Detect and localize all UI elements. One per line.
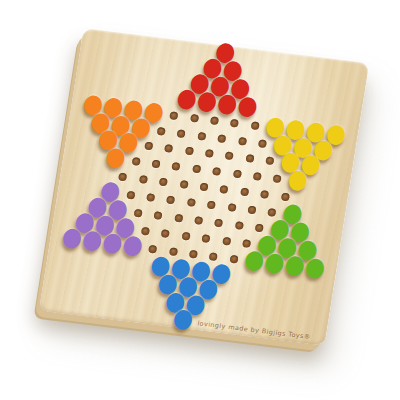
hole[interactable] — [205, 149, 214, 158]
hole[interactable] — [184, 147, 193, 156]
hole[interactable] — [139, 175, 148, 184]
hole[interactable] — [164, 144, 173, 153]
hole[interactable] — [207, 201, 216, 210]
hole[interactable] — [159, 178, 168, 187]
peg-grid: ●●●●●●●●●●●●●●●●●●●●●●●●●●●●●●●●●●●●●●●●… — [39, 28, 370, 346]
hole[interactable] — [154, 211, 163, 220]
hole[interactable] — [166, 196, 175, 205]
hole[interactable] — [247, 206, 256, 215]
hole[interactable] — [177, 129, 186, 138]
hole[interactable] — [190, 113, 199, 122]
hole[interactable] — [273, 175, 282, 184]
peg-green[interactable]: ● — [303, 253, 327, 281]
hole[interactable] — [217, 134, 226, 143]
hole[interactable] — [174, 214, 183, 223]
hole[interactable] — [240, 188, 249, 197]
hole[interactable] — [151, 160, 160, 169]
peg-red[interactable]: ● — [236, 91, 260, 119]
hole[interactable] — [197, 131, 206, 140]
peg-purple[interactable]: ● — [121, 230, 145, 258]
hole[interactable] — [172, 162, 181, 171]
hole[interactable] — [245, 154, 254, 163]
hole[interactable] — [214, 219, 223, 228]
hole[interactable] — [265, 157, 274, 166]
hole[interactable] — [253, 172, 262, 181]
hole[interactable] — [169, 111, 178, 120]
peg-yellow[interactable]: ● — [286, 165, 310, 193]
hole[interactable] — [187, 198, 196, 207]
hole[interactable] — [225, 152, 234, 161]
hole[interactable] — [181, 232, 190, 241]
hole[interactable] — [235, 221, 244, 230]
hole[interactable] — [202, 234, 211, 243]
hole[interactable] — [250, 121, 259, 130]
hole[interactable] — [192, 165, 201, 174]
hole[interactable] — [179, 180, 188, 189]
hole[interactable] — [157, 126, 166, 135]
hole[interactable] — [146, 193, 155, 202]
hole[interactable] — [232, 170, 241, 179]
hole[interactable] — [238, 136, 247, 145]
hole[interactable] — [258, 139, 267, 148]
hole[interactable] — [260, 190, 269, 199]
hole[interactable] — [227, 203, 236, 212]
hole[interactable] — [144, 142, 153, 151]
hole[interactable] — [161, 229, 170, 238]
hole[interactable] — [212, 167, 221, 176]
hole[interactable] — [210, 116, 219, 125]
chinese-checkers-board: ●●●●●●●●●●●●●●●●●●●●●●●●●●●●●●●●●●●●●●●●… — [39, 28, 370, 346]
hole[interactable] — [131, 157, 140, 166]
hole[interactable] — [220, 185, 229, 194]
peg-orange[interactable]: ● — [104, 143, 128, 171]
scene: ●●●●●●●●●●●●●●●●●●●●●●●●●●●●●●●●●●●●●●●●… — [0, 0, 400, 400]
hole[interactable] — [194, 216, 203, 225]
peg-blue[interactable]: ● — [171, 305, 195, 333]
hole[interactable] — [199, 183, 208, 192]
hole[interactable] — [222, 237, 231, 246]
hole[interactable] — [230, 118, 239, 127]
